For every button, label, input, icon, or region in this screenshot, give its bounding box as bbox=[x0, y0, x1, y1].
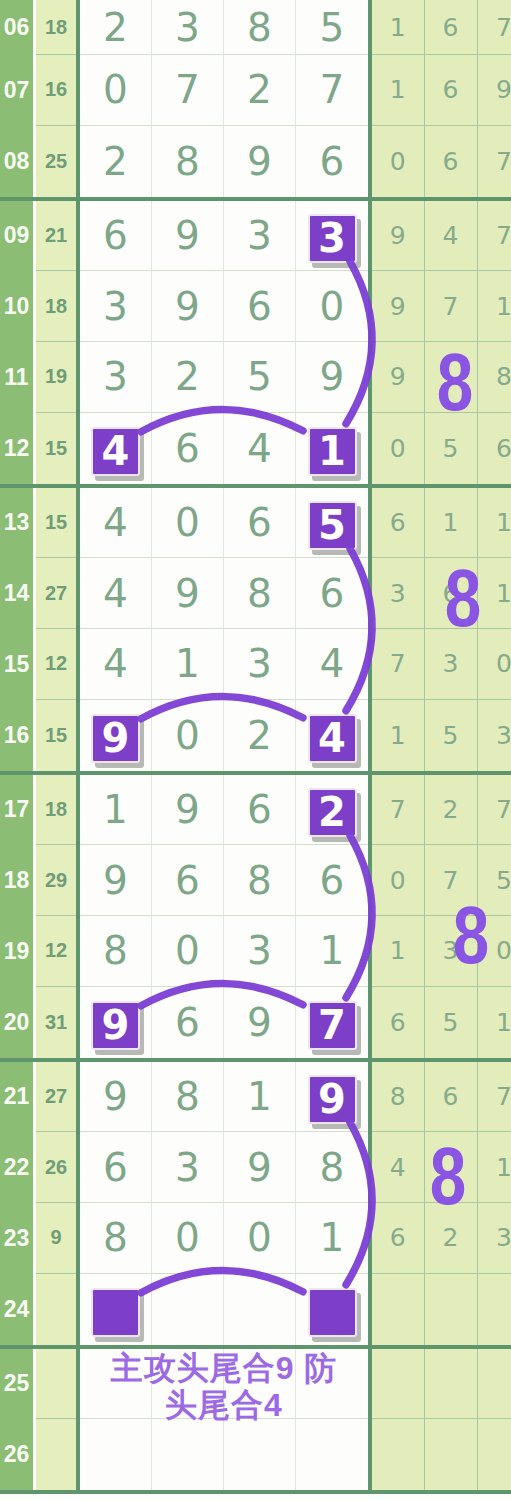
draw-digit-cell bbox=[152, 1419, 224, 1490]
side-digit-cell: 3 bbox=[478, 700, 511, 771]
highlight-square: 7 bbox=[308, 1001, 357, 1050]
side-digit-cell: 2 bbox=[425, 775, 478, 846]
draw-digit-cell: 0 bbox=[152, 916, 224, 987]
draw-digit-cell: 3 bbox=[296, 201, 368, 272]
draw-digit-cell: 8 bbox=[224, 558, 296, 629]
sum-value: 29 bbox=[36, 845, 76, 916]
draw-digit-cell bbox=[80, 1419, 152, 1490]
side-digit-cell: 6 bbox=[425, 55, 478, 126]
side-digit-cell: 1 bbox=[478, 987, 511, 1058]
row-number: 08 bbox=[0, 126, 33, 197]
draw-digit-cell: 1 bbox=[80, 775, 152, 846]
draw-digit-cell: 1 bbox=[224, 1062, 296, 1133]
draw-digit-cell: 6 bbox=[224, 271, 296, 342]
draw-digit-cell: 6 bbox=[224, 775, 296, 846]
side-digit-cell: 7 bbox=[478, 775, 511, 846]
sum-value bbox=[36, 1349, 76, 1420]
draw-digit-cell: 0 bbox=[80, 55, 152, 126]
draw-digit-cell bbox=[152, 1274, 224, 1345]
draw-digit-cell: 9 bbox=[152, 775, 224, 846]
draw-digit-cell: 3 bbox=[152, 0, 224, 55]
draw-digit-cell: 2 bbox=[80, 0, 152, 55]
side-digit-cell bbox=[478, 1349, 511, 1420]
side-digit-cell: 1 bbox=[372, 0, 425, 55]
side-digit-cell bbox=[425, 1419, 478, 1490]
side-digit-cell bbox=[372, 1349, 425, 1420]
side-digit-cell: 0 bbox=[372, 845, 425, 916]
draw-digit-cell: 9 bbox=[152, 201, 224, 272]
draw-digit-cell: 9 bbox=[80, 845, 152, 916]
draw-digit-cell: 6 bbox=[80, 201, 152, 272]
sum-value: 12 bbox=[36, 629, 76, 700]
draw-digit-cell: 9 bbox=[224, 126, 296, 197]
side-digit-cell bbox=[372, 1419, 425, 1490]
side-digit-cell: 6 bbox=[372, 987, 425, 1058]
big-eight: 8 bbox=[437, 341, 473, 423]
side-digit-cell: 6 bbox=[372, 1203, 425, 1274]
side-digit-cell: 7 bbox=[372, 629, 425, 700]
draw-digit-cell: 9 bbox=[152, 558, 224, 629]
draw-digit-cell: 9 bbox=[296, 342, 368, 413]
row-number: 13 bbox=[0, 488, 33, 559]
draw-digit-cell: 2 bbox=[224, 700, 296, 771]
side-digit-cell: 6 bbox=[372, 488, 425, 559]
side-digit-cell bbox=[478, 1419, 511, 1490]
bottom-filler bbox=[0, 1494, 511, 1500]
draw-digit-cell: 6 bbox=[296, 845, 368, 916]
side-digit-cell: 8 bbox=[372, 1062, 425, 1133]
side-digit-cell: 6 bbox=[425, 126, 478, 197]
row-number: 22 bbox=[0, 1132, 33, 1203]
draw-digit-cell bbox=[224, 1419, 296, 1490]
draw-digit-cell: 4 bbox=[296, 700, 368, 771]
side-digit-cell: 1 bbox=[425, 488, 478, 559]
side-digit-cell bbox=[478, 1274, 511, 1345]
side-digit-cell: 9 bbox=[372, 271, 425, 342]
draw-digit-cell: 4 bbox=[80, 558, 152, 629]
draw-digit-cell bbox=[296, 1274, 368, 1345]
draw-digit-cell: 1 bbox=[296, 1203, 368, 1274]
side-digit-cell: 6 bbox=[478, 413, 511, 484]
sum-value: 15 bbox=[36, 488, 76, 559]
side-digit-cell: 9 bbox=[372, 342, 425, 413]
draw-digit-cell: 1 bbox=[296, 916, 368, 987]
row-number: 14 bbox=[0, 558, 33, 629]
highlight-square: 4 bbox=[308, 714, 357, 763]
chart-grid: 0618238516707160727169082528960670921693… bbox=[0, 0, 511, 1500]
row-number: 25 bbox=[0, 1349, 33, 1420]
draw-digit-cell bbox=[80, 1274, 152, 1345]
draw-digit-cell bbox=[224, 1274, 296, 1345]
side-digit-cell: 1 bbox=[478, 1132, 511, 1203]
sum-value: 9 bbox=[36, 1203, 76, 1274]
draw-digit-cell: 2 bbox=[296, 775, 368, 846]
draw-digit-cell bbox=[296, 1419, 368, 1490]
row-number: 10 bbox=[0, 271, 33, 342]
draw-digit-cell: 5 bbox=[296, 488, 368, 559]
draw-digit-cell: 9 bbox=[224, 1132, 296, 1203]
prediction-note-line1: 主攻头尾合9 防 bbox=[80, 1350, 368, 1387]
draw-digit-cell: 9 bbox=[224, 987, 296, 1058]
row-number: 12 bbox=[0, 413, 33, 484]
sum-value: 19 bbox=[36, 342, 76, 413]
side-digit-cell bbox=[425, 1349, 478, 1420]
draw-digit-cell: 1 bbox=[152, 629, 224, 700]
sum-value bbox=[36, 1274, 76, 1345]
row-number: 09 bbox=[0, 201, 33, 272]
draw-digit-cell: 0 bbox=[152, 700, 224, 771]
draw-digit-cell: 7 bbox=[296, 987, 368, 1058]
highlight-square: 3 bbox=[308, 214, 357, 263]
row-number: 06 bbox=[0, 0, 33, 55]
row-number: 18 bbox=[0, 845, 33, 916]
draw-digit-cell: 4 bbox=[224, 413, 296, 484]
sum-value bbox=[36, 1419, 76, 1490]
side-digit-cell: 6 bbox=[425, 0, 478, 55]
draw-digit-cell: 8 bbox=[296, 1132, 368, 1203]
draw-digit-cell: 0 bbox=[296, 271, 368, 342]
side-digit-cell: 7 bbox=[478, 1062, 511, 1133]
big-eight: 8 bbox=[430, 1135, 466, 1217]
draw-digit-cell: 6 bbox=[152, 987, 224, 1058]
sum-value: 21 bbox=[36, 201, 76, 272]
side-digit-cell: 0 bbox=[372, 126, 425, 197]
row-number: 26 bbox=[0, 1419, 33, 1490]
draw-digit-cell: 4 bbox=[80, 413, 152, 484]
big-eight: 8 bbox=[453, 894, 489, 976]
side-digit-cell: 1 bbox=[372, 700, 425, 771]
side-digit-cell: 0 bbox=[372, 413, 425, 484]
side-digit-cell: 7 bbox=[478, 201, 511, 272]
sum-value: 18 bbox=[36, 775, 76, 846]
draw-digit-cell: 6 bbox=[296, 558, 368, 629]
row-number: 17 bbox=[0, 775, 33, 846]
side-digit-cell: 4 bbox=[372, 1132, 425, 1203]
sum-value: 25 bbox=[36, 126, 76, 197]
side-digit-cell: 1 bbox=[478, 271, 511, 342]
side-digit-cell: 7 bbox=[372, 775, 425, 846]
side-digit-cell: 1 bbox=[478, 488, 511, 559]
side-digit-cell: 7 bbox=[478, 126, 511, 197]
draw-digit-cell: 9 bbox=[152, 271, 224, 342]
draw-digit-cell: 3 bbox=[80, 271, 152, 342]
side-digit-cell: 5 bbox=[425, 987, 478, 1058]
draw-digit-cell: 2 bbox=[152, 342, 224, 413]
draw-digit-cell: 8 bbox=[80, 916, 152, 987]
row-number: 15 bbox=[0, 629, 33, 700]
draw-digit-cell: 9 bbox=[296, 1062, 368, 1133]
row-number: 07 bbox=[0, 55, 33, 126]
prediction-note: 主攻头尾合9 防 头尾合4 bbox=[80, 1350, 368, 1424]
draw-digit-cell: 7 bbox=[296, 55, 368, 126]
draw-digit-cell: 1 bbox=[296, 413, 368, 484]
side-digit-cell: 1 bbox=[372, 916, 425, 987]
draw-digit-cell: 3 bbox=[224, 201, 296, 272]
highlight-square: 1 bbox=[308, 427, 357, 476]
side-digit-cell: 8 bbox=[478, 342, 511, 413]
draw-digit-cell: 6 bbox=[152, 413, 224, 484]
side-digit-cell: 5 bbox=[425, 700, 478, 771]
sum-value: 15 bbox=[36, 700, 76, 771]
draw-digit-cell: 3 bbox=[224, 916, 296, 987]
row-number: 16 bbox=[0, 700, 33, 771]
prediction-note-line2: 头尾合4 bbox=[80, 1387, 368, 1424]
sum-value: 18 bbox=[36, 0, 76, 55]
sum-value: 18 bbox=[36, 271, 76, 342]
row-number: 24 bbox=[0, 1274, 33, 1345]
draw-digit-cell: 5 bbox=[224, 342, 296, 413]
row-number: 20 bbox=[0, 987, 33, 1058]
side-digit-cell: 1 bbox=[478, 558, 511, 629]
side-digit-cell bbox=[425, 1274, 478, 1345]
big-eight: 8 bbox=[445, 557, 481, 639]
side-digit-cell: 0 bbox=[478, 629, 511, 700]
draw-digit-cell: 6 bbox=[80, 1132, 152, 1203]
draw-digit-cell: 4 bbox=[296, 629, 368, 700]
marker-square bbox=[308, 1288, 357, 1337]
side-digit-cell: 7 bbox=[478, 0, 511, 55]
draw-digit-cell: 9 bbox=[80, 700, 152, 771]
highlight-square: 9 bbox=[91, 714, 140, 763]
row-number: 19 bbox=[0, 916, 33, 987]
side-digit-cell: 7 bbox=[425, 271, 478, 342]
sum-value: 12 bbox=[36, 916, 76, 987]
draw-digit-cell: 4 bbox=[80, 488, 152, 559]
draw-digit-cell: 7 bbox=[152, 55, 224, 126]
draw-digit-cell: 6 bbox=[224, 488, 296, 559]
side-digit-cell: 3 bbox=[478, 1203, 511, 1274]
draw-digit-cell: 8 bbox=[224, 0, 296, 55]
draw-digit-cell: 3 bbox=[80, 342, 152, 413]
draw-digit-cell: 8 bbox=[152, 1062, 224, 1133]
draw-digit-cell: 9 bbox=[80, 1062, 152, 1133]
draw-digit-cell: 3 bbox=[224, 629, 296, 700]
highlight-square: 9 bbox=[308, 1075, 357, 1124]
draw-digit-cell: 0 bbox=[224, 1203, 296, 1274]
side-digit-cell: 3 bbox=[372, 558, 425, 629]
row-number: 11 bbox=[0, 342, 33, 413]
sum-value: 31 bbox=[36, 987, 76, 1058]
draw-digit-cell: 8 bbox=[80, 1203, 152, 1274]
draw-digit-cell: 9 bbox=[80, 987, 152, 1058]
side-digit-cell: 9 bbox=[372, 201, 425, 272]
trend-chart: 0618238516707160727169082528960670921693… bbox=[0, 0, 511, 1500]
draw-digit-cell: 5 bbox=[296, 0, 368, 55]
side-digit-cell bbox=[372, 1274, 425, 1345]
sum-value: 16 bbox=[36, 55, 76, 126]
draw-digit-cell: 4 bbox=[80, 629, 152, 700]
highlight-square: 2 bbox=[308, 788, 357, 837]
draw-digit-cell: 6 bbox=[296, 126, 368, 197]
side-digit-cell: 9 bbox=[478, 55, 511, 126]
draw-digit-cell: 8 bbox=[152, 126, 224, 197]
sum-value: 27 bbox=[36, 558, 76, 629]
highlight-square: 9 bbox=[91, 1001, 140, 1050]
highlight-square: 4 bbox=[91, 427, 140, 476]
side-digit-cell: 6 bbox=[425, 1062, 478, 1133]
draw-digit-cell: 2 bbox=[80, 126, 152, 197]
sum-value: 27 bbox=[36, 1062, 76, 1133]
row-number: 23 bbox=[0, 1203, 33, 1274]
highlight-square: 5 bbox=[308, 501, 357, 550]
sum-value: 26 bbox=[36, 1132, 76, 1203]
marker-square bbox=[91, 1288, 140, 1337]
draw-digit-cell: 3 bbox=[152, 1132, 224, 1203]
sum-value: 15 bbox=[36, 413, 76, 484]
draw-digit-cell: 8 bbox=[224, 845, 296, 916]
side-digit-cell: 1 bbox=[372, 55, 425, 126]
row-number: 21 bbox=[0, 1062, 33, 1133]
draw-digit-cell: 6 bbox=[152, 845, 224, 916]
side-digit-cell: 4 bbox=[425, 201, 478, 272]
draw-digit-cell: 0 bbox=[152, 488, 224, 559]
draw-digit-cell: 2 bbox=[224, 55, 296, 126]
draw-digit-cell: 0 bbox=[152, 1203, 224, 1274]
